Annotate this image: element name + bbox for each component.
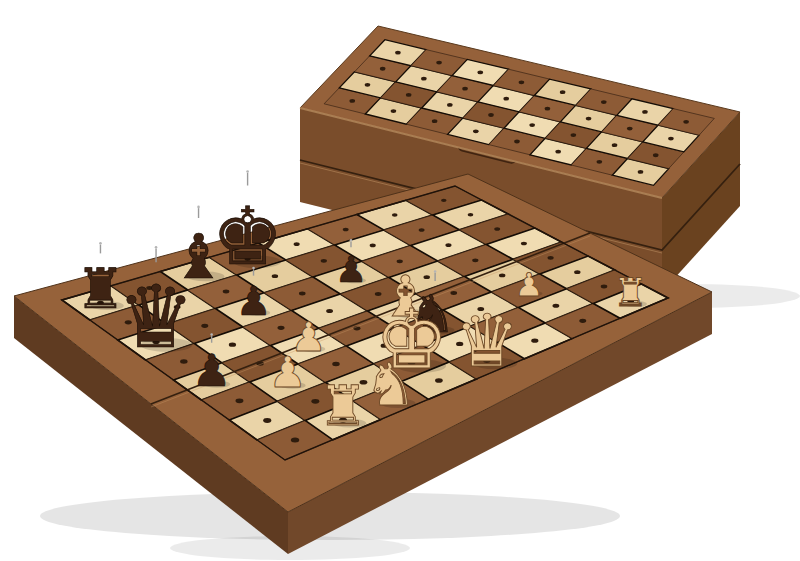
case-lid-peg-hole xyxy=(601,100,607,104)
peg-hole-d6 xyxy=(299,292,306,296)
case-lid-peg-hole xyxy=(627,127,633,131)
peg-hole-h4 xyxy=(547,256,553,260)
case-lid-peg-hole xyxy=(519,80,525,84)
case-lid-peg-hole xyxy=(683,120,689,124)
peg-hole-c3 xyxy=(332,362,339,366)
case-lid-peg-hole xyxy=(555,150,561,154)
peg-hole-g4 xyxy=(499,274,505,278)
peg-hole-h5 xyxy=(521,242,527,246)
case-lid-peg-hole xyxy=(477,71,483,75)
peg-hole-h3 xyxy=(574,270,580,274)
case-lid-peg-hole xyxy=(642,110,648,114)
case-lid-peg-hole xyxy=(365,83,371,87)
case-lid-peg-hole xyxy=(545,107,551,111)
chess-set-scene: ♚♝♟♟♜♜♟♝♞♛♟♛♚♟♟♞♜ xyxy=(0,0,800,561)
case-lid-peg-hole xyxy=(421,77,427,81)
case-lid-peg-hole xyxy=(349,99,355,103)
case-lid-peg-hole xyxy=(586,117,592,121)
peg-hole-h2 xyxy=(601,285,608,289)
peg-hole-f7 xyxy=(370,244,376,248)
peg-hole-h6 xyxy=(494,227,500,231)
case-lid-peg-hole xyxy=(668,137,674,141)
case-lid-peg-hole xyxy=(488,113,494,117)
svg-text:♟: ♟ xyxy=(236,278,272,324)
peg-hole-g5 xyxy=(472,258,478,262)
case-lid-peg-hole xyxy=(406,93,412,97)
peg-hole-d5 xyxy=(326,309,333,313)
svg-text:♟: ♟ xyxy=(192,345,232,396)
peg-hole-g7 xyxy=(419,228,425,232)
case-lid-peg-hole xyxy=(529,123,535,127)
peg-hole-a2 xyxy=(263,418,271,423)
case-lid-peg-hole xyxy=(473,129,479,133)
peg-hole-b6 xyxy=(201,324,208,328)
peg-hole-h8 xyxy=(441,199,447,202)
case-lid-peg-hole xyxy=(514,140,520,144)
case-lid-peg-hole xyxy=(597,160,603,164)
case-lid-peg-hole xyxy=(571,133,577,137)
case-lid-peg-hole xyxy=(391,109,397,113)
peg-hole-e8 xyxy=(294,242,300,246)
peg-hole-g6 xyxy=(445,243,451,247)
peg-hole-g1 xyxy=(579,319,586,323)
peg-hole-g2 xyxy=(553,304,560,308)
case-lid-peg-hole xyxy=(653,153,659,157)
case-lid-peg-hole xyxy=(436,61,442,65)
svg-text:♛: ♛ xyxy=(117,267,194,367)
svg-text:♞: ♞ xyxy=(365,350,418,419)
case-lid-peg-hole xyxy=(612,143,618,147)
peg-hole-h7 xyxy=(468,213,474,216)
svg-text:♟: ♟ xyxy=(335,249,367,290)
peg-hole-c5 xyxy=(277,326,284,330)
peg-hole-g8 xyxy=(392,213,398,216)
case-lid-peg-hole xyxy=(395,51,401,55)
case-lid-peg-hole xyxy=(462,87,468,91)
svg-text:♛: ♛ xyxy=(454,299,519,383)
case-lid-peg-hole xyxy=(503,97,509,101)
peg-hole-a1 xyxy=(291,438,299,443)
case-lid-peg-hole xyxy=(560,90,566,94)
peg-hole-e7 xyxy=(321,259,327,263)
case-lid-peg-hole xyxy=(447,103,453,107)
case-lid-peg-hole xyxy=(432,119,438,123)
case-lid-peg-hole xyxy=(380,67,386,71)
svg-text:♟: ♟ xyxy=(269,347,307,397)
peg-hole-f8 xyxy=(343,228,349,232)
product-photo-stage: ♚♝♟♟♜♜♟♝♞♛♟♛♚♟♟♞♜ xyxy=(0,0,800,561)
peg-hole-f1 xyxy=(531,339,538,343)
peg-hole-a3 xyxy=(235,398,243,403)
svg-text:♜: ♜ xyxy=(318,374,367,438)
svg-text:♜: ♜ xyxy=(613,270,648,315)
case-lid-peg-hole xyxy=(638,170,644,174)
